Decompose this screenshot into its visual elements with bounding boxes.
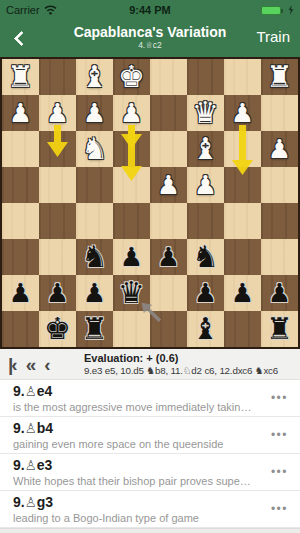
move-row-g3[interactable]: 9.♙g3leading to a Bogo-Indian type of ga… xyxy=(0,491,300,528)
board-square-c3[interactable]: ♝ xyxy=(187,131,224,167)
board-square-e2[interactable]: ♟ xyxy=(113,95,150,131)
black-pawn-piece: ♟ xyxy=(150,239,187,275)
evaluation-bar: |‹ « ‹ Evaluation: + (0.6) 9.e3 e5, 10.d… xyxy=(0,349,300,380)
board-square-f7[interactable]: ♟ xyxy=(76,275,113,311)
board-square-c6[interactable]: ♞ xyxy=(187,239,224,275)
move-row-b4[interactable]: 9.♙b4gaining even more space on the quee… xyxy=(0,417,300,454)
white-bishop-piece: ♝ xyxy=(187,131,224,167)
board-square-f4[interactable] xyxy=(76,167,113,203)
board-square-d8[interactable] xyxy=(150,311,187,347)
board-square-e3[interactable] xyxy=(113,131,150,167)
black-knight-piece: ♞ xyxy=(187,239,224,275)
board-square-a7[interactable]: ♟ xyxy=(261,275,298,311)
move-description: White hopes that their bishop pair prove… xyxy=(13,474,266,488)
board-square-d5[interactable] xyxy=(150,203,187,239)
black-queen-piece: ♛ xyxy=(113,275,150,311)
chevron-left-icon xyxy=(14,31,30,47)
black-rook-piece: ♜ xyxy=(76,311,113,347)
board-square-a6[interactable] xyxy=(261,239,298,275)
board-square-g4[interactable] xyxy=(39,167,76,203)
white-pawn-piece: ♟ xyxy=(150,167,187,203)
board-square-b4[interactable] xyxy=(224,167,261,203)
battery-icon xyxy=(261,6,281,15)
footer-strip xyxy=(0,528,300,533)
board-square-f2[interactable]: ♟ xyxy=(76,95,113,131)
board-square-b2[interactable]: ♟ xyxy=(224,95,261,131)
board-square-g8[interactable]: ♚ xyxy=(39,311,76,347)
white-knight-piece: ♞ xyxy=(76,131,113,167)
board-square-d4[interactable]: ♟ xyxy=(150,167,187,203)
board-square-g3[interactable] xyxy=(39,131,76,167)
board-square-g5[interactable] xyxy=(39,203,76,239)
board-square-a4[interactable] xyxy=(261,167,298,203)
jump-to-start-button[interactable]: |‹ xyxy=(8,355,16,374)
page-subtitle: 4.♕c2 xyxy=(74,41,227,50)
page-title: Capablanca's Variation xyxy=(74,25,227,40)
board-square-e1[interactable]: ♚ xyxy=(113,59,150,95)
move-label: 9.♙e3 xyxy=(13,457,266,474)
mainline-moves-label: 9.e3 e5, 10.d5 ♞b8, 11.♘d2 c6, 12.dxc6 ♞… xyxy=(84,365,300,377)
step-back-button[interactable]: ‹ xyxy=(44,355,48,374)
board-square-h1[interactable]: ♜ xyxy=(2,59,39,95)
white-rook-piece: ♜ xyxy=(261,59,298,95)
board-square-e6[interactable]: ♟ xyxy=(113,239,150,275)
board-square-g2[interactable]: ♟ xyxy=(39,95,76,131)
board-square-d7[interactable] xyxy=(150,275,187,311)
board-square-a1[interactable]: ♜ xyxy=(261,59,298,95)
more-options-button[interactable]: ••• xyxy=(271,391,288,405)
board-square-e7[interactable]: ♛ xyxy=(113,275,150,311)
candidate-move-list: 9.♙e4is the most aggressive move immedia… xyxy=(0,380,300,528)
board-square-d1[interactable] xyxy=(150,59,187,95)
move-description: leading to a Bogo-Indian type of game xyxy=(13,511,266,525)
evaluation-label: Evaluation: + (0.6) xyxy=(84,352,300,366)
white-rook-piece: ♜ xyxy=(2,59,39,95)
board-square-f8[interactable]: ♜ xyxy=(76,311,113,347)
train-button[interactable]: Train xyxy=(256,28,290,45)
charging-bolt-icon xyxy=(288,5,294,15)
white-pawn-piece: ♟ xyxy=(224,95,261,131)
move-description: gaining even more space on the queenside xyxy=(13,437,266,451)
move-label: 9.♙e4 xyxy=(13,383,266,400)
nav-bar: Capablanca's Variation 4.♕c2 Train xyxy=(0,20,300,57)
board-square-b3[interactable] xyxy=(224,131,261,167)
white-queen-piece: ♛ xyxy=(187,95,224,131)
board-square-a8[interactable]: ♜ xyxy=(261,311,298,347)
white-pawn-piece: ♟ xyxy=(261,131,298,167)
black-pawn-piece: ♟ xyxy=(187,275,224,311)
board-square-g6[interactable] xyxy=(39,239,76,275)
board-square-h8[interactable] xyxy=(2,311,39,347)
board-square-h5[interactable] xyxy=(2,203,39,239)
board-square-f1[interactable]: ♝ xyxy=(76,59,113,95)
board-square-c4[interactable]: ♟ xyxy=(187,167,224,203)
rewind-button[interactable]: « xyxy=(26,355,35,374)
board-square-f6[interactable]: ♞ xyxy=(76,239,113,275)
board-square-c5[interactable] xyxy=(187,203,224,239)
move-description: is the most aggressive move immediately … xyxy=(13,400,266,414)
white-pawn-piece: ♟ xyxy=(76,95,113,131)
board-square-c2[interactable]: ♛ xyxy=(187,95,224,131)
board-square-b7[interactable]: ♟ xyxy=(224,275,261,311)
board-square-c7[interactable]: ♟ xyxy=(187,275,224,311)
board-square-g1[interactable] xyxy=(39,59,76,95)
board-square-b8[interactable] xyxy=(224,311,261,347)
board-square-a2[interactable] xyxy=(261,95,298,131)
back-button[interactable] xyxy=(12,29,34,49)
board-square-f3[interactable]: ♞ xyxy=(76,131,113,167)
black-pawn-piece: ♟ xyxy=(261,275,298,311)
move-label: 9.♙g3 xyxy=(13,494,266,511)
black-pawn-piece: ♟ xyxy=(2,275,39,311)
white-pawn-piece: ♟ xyxy=(113,95,150,131)
board-square-h3[interactable] xyxy=(2,131,39,167)
board-square-c8[interactable]: ♝ xyxy=(187,311,224,347)
board-square-f5[interactable] xyxy=(76,203,113,239)
white-pawn-piece: ♟ xyxy=(2,95,39,131)
white-king-piece: ♚ xyxy=(113,59,150,95)
white-pawn-piece: ♟ xyxy=(187,167,224,203)
more-options-button[interactable]: ••• xyxy=(271,502,288,516)
white-bishop-piece: ♝ xyxy=(76,59,113,95)
board-square-c1[interactable] xyxy=(187,59,224,95)
chess-board-grid: ♜♝♚♜♟♟♟♟♛♟♞♝♟♟♟♞♟♟♞♟♟♟♛♟♟♟♚♜♝♜ xyxy=(2,59,298,347)
black-knight-piece: ♞ xyxy=(76,239,113,275)
black-king-piece: ♚ xyxy=(39,311,76,347)
board-square-h2[interactable]: ♟ xyxy=(2,95,39,131)
pawn-figurine-icon: ♙ xyxy=(25,421,37,436)
status-bar: Carrier 9:44 PM xyxy=(0,0,300,20)
board-square-e4[interactable] xyxy=(113,167,150,203)
playback-controls: |‹ « ‹ xyxy=(0,355,84,374)
black-pawn-piece: ♟ xyxy=(113,239,150,275)
clock-label: 9:44 PM xyxy=(0,4,300,16)
pawn-figurine-icon: ♙ xyxy=(25,458,37,473)
board-square-a5[interactable] xyxy=(261,203,298,239)
white-pawn-piece: ♟ xyxy=(39,95,76,131)
board-square-b5[interactable] xyxy=(224,203,261,239)
board-square-d6[interactable]: ♟ xyxy=(150,239,187,275)
board-square-b1[interactable] xyxy=(224,59,261,95)
black-bishop-piece: ♝ xyxy=(187,311,224,347)
board-square-d3[interactable] xyxy=(150,131,187,167)
board-square-a3[interactable]: ♟ xyxy=(261,131,298,167)
chess-board: ♜♝♚♜♟♟♟♟♛♟♞♝♟♟♟♞♟♟♞♟♟♟♛♟♟♟♚♜♝♜ xyxy=(0,57,300,349)
board-square-h4[interactable] xyxy=(2,167,39,203)
more-options-button[interactable]: ••• xyxy=(271,465,288,479)
board-square-b6[interactable] xyxy=(224,239,261,275)
move-row-e3[interactable]: 9.♙e3White hopes that their bishop pair … xyxy=(0,454,300,491)
board-square-e8[interactable] xyxy=(113,311,150,347)
black-pawn-piece: ♟ xyxy=(39,275,76,311)
black-pawn-piece: ♟ xyxy=(224,275,261,311)
board-square-h6[interactable] xyxy=(2,239,39,275)
pawn-figurine-icon: ♙ xyxy=(25,384,37,399)
board-square-d2[interactable] xyxy=(150,95,187,131)
black-pawn-piece: ♟ xyxy=(76,275,113,311)
move-label: 9.♙b4 xyxy=(13,420,266,437)
black-rook-piece: ♜ xyxy=(261,311,298,347)
move-row-e4[interactable]: 9.♙e4is the most aggressive move immedia… xyxy=(0,380,300,417)
more-options-button[interactable]: ••• xyxy=(271,428,288,442)
board-square-g7[interactable]: ♟ xyxy=(39,275,76,311)
pawn-figurine-icon: ♙ xyxy=(25,495,37,510)
board-square-e5[interactable] xyxy=(113,203,150,239)
board-square-h7[interactable]: ♟ xyxy=(2,275,39,311)
